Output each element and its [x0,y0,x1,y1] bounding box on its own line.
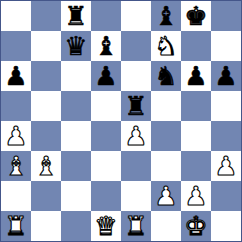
square-b2[interactable] [31,181,61,211]
square-d6[interactable]: ♟ [91,61,121,91]
square-h4[interactable] [211,121,241,151]
square-e6[interactable] [121,61,151,91]
square-c5[interactable] [61,91,91,121]
chess-board: ♜♝♚♛♝♞♟♟♞♟♟♜♟♟♝♝♟♟♟♜♛♜♚ [0,0,242,242]
white-knight[interactable]: ♞ [154,31,177,61]
square-a3[interactable]: ♝ [1,151,31,181]
square-c2[interactable] [61,181,91,211]
square-g3[interactable] [181,151,211,181]
square-a8[interactable] [1,1,31,31]
square-e4[interactable]: ♟ [121,121,151,151]
square-f7[interactable]: ♞ [151,31,181,61]
black-bishop[interactable]: ♝ [94,31,117,61]
black-rook[interactable]: ♜ [64,1,87,31]
square-g2[interactable]: ♟ [181,181,211,211]
black-knight[interactable]: ♞ [154,61,177,91]
square-d7[interactable]: ♝ [91,31,121,61]
square-d1[interactable]: ♛ [91,211,121,241]
white-pawn[interactable]: ♟ [154,181,177,211]
square-b6[interactable] [31,61,61,91]
black-pawn[interactable]: ♟ [184,61,207,91]
square-b5[interactable] [31,91,61,121]
white-rook[interactable]: ♜ [4,211,27,241]
square-d5[interactable] [91,91,121,121]
black-pawn[interactable]: ♟ [4,61,27,91]
square-h1[interactable] [211,211,241,241]
square-d8[interactable] [91,1,121,31]
square-g4[interactable] [181,121,211,151]
black-rook[interactable]: ♜ [124,91,147,121]
square-g5[interactable] [181,91,211,121]
square-b1[interactable] [31,211,61,241]
square-d3[interactable] [91,151,121,181]
square-a6[interactable]: ♟ [1,61,31,91]
white-king[interactable]: ♚ [184,211,207,241]
square-c8[interactable]: ♜ [61,1,91,31]
square-f5[interactable] [151,91,181,121]
square-f4[interactable] [151,121,181,151]
square-b3[interactable]: ♝ [31,151,61,181]
square-a7[interactable] [1,31,31,61]
black-pawn[interactable]: ♟ [94,61,117,91]
square-c7[interactable]: ♛ [61,31,91,61]
square-a5[interactable] [1,91,31,121]
white-queen[interactable]: ♛ [94,211,117,241]
square-h7[interactable] [211,31,241,61]
square-f6[interactable]: ♞ [151,61,181,91]
white-pawn[interactable]: ♟ [214,151,237,181]
square-b8[interactable] [31,1,61,31]
square-f3[interactable] [151,151,181,181]
white-bishop[interactable]: ♝ [34,151,57,181]
square-a1[interactable]: ♜ [1,211,31,241]
black-pawn[interactable]: ♟ [214,61,237,91]
square-e5[interactable]: ♜ [121,91,151,121]
white-pawn[interactable]: ♟ [4,121,27,151]
square-h2[interactable] [211,181,241,211]
square-f2[interactable]: ♟ [151,181,181,211]
square-g1[interactable]: ♚ [181,211,211,241]
square-h3[interactable]: ♟ [211,151,241,181]
square-e3[interactable] [121,151,151,181]
square-h5[interactable] [211,91,241,121]
square-e2[interactable] [121,181,151,211]
square-h8[interactable] [211,1,241,31]
square-e7[interactable] [121,31,151,61]
black-king[interactable]: ♚ [184,1,207,31]
white-bishop[interactable]: ♝ [4,151,27,181]
black-bishop[interactable]: ♝ [154,1,177,31]
square-c6[interactable] [61,61,91,91]
square-c4[interactable] [61,121,91,151]
white-pawn[interactable]: ♟ [124,121,147,151]
black-queen[interactable]: ♛ [64,31,87,61]
square-h6[interactable]: ♟ [211,61,241,91]
square-d2[interactable] [91,181,121,211]
square-b7[interactable] [31,31,61,61]
square-f1[interactable] [151,211,181,241]
square-d4[interactable] [91,121,121,151]
square-g6[interactable]: ♟ [181,61,211,91]
square-e1[interactable]: ♜ [121,211,151,241]
square-c3[interactable] [61,151,91,181]
white-rook[interactable]: ♜ [124,211,147,241]
white-pawn[interactable]: ♟ [184,181,207,211]
square-e8[interactable] [121,1,151,31]
square-f8[interactable]: ♝ [151,1,181,31]
square-g7[interactable] [181,31,211,61]
square-g8[interactable]: ♚ [181,1,211,31]
square-a4[interactable]: ♟ [1,121,31,151]
square-a2[interactable] [1,181,31,211]
square-b4[interactable] [31,121,61,151]
square-c1[interactable] [61,211,91,241]
